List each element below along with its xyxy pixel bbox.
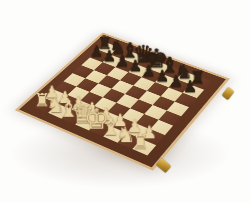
chess-set-photo: ♜♞♝♛♚♝♞♜♟♟♟♟♟♟♟♟♟♟♟♟♟♟♟♟♜♞♝♛♚♝♞♜ [0, 0, 250, 203]
piece-white-rook[interactable]: ♜ [132, 132, 150, 152]
piece-black-pawn[interactable]: ♟ [155, 69, 169, 85]
piece-black-pawn[interactable]: ♟ [183, 79, 197, 95]
piece-black-pawn[interactable]: ♟ [103, 49, 117, 64]
piece-black-pawn[interactable]: ♟ [129, 59, 143, 74]
piece-black-pawn[interactable]: ♟ [116, 54, 130, 69]
piece-black-pawn[interactable]: ♟ [169, 74, 183, 90]
piece-black-pawn[interactable]: ♟ [142, 64, 156, 80]
brass-clasp-icon [221, 87, 234, 101]
